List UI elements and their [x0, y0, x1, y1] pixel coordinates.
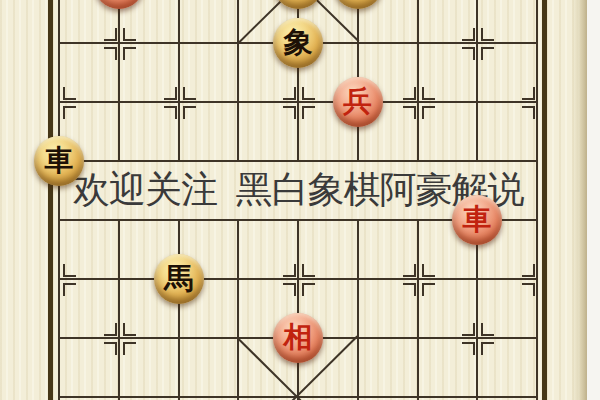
piece-glyph: 馬	[164, 264, 193, 293]
point-marker	[422, 106, 435, 119]
grid-line-file	[476, 220, 478, 400]
piece-glyph: 兵	[343, 87, 372, 116]
point-marker	[104, 342, 117, 355]
piece-black-horse[interactable]: 馬	[154, 254, 204, 304]
point-marker	[422, 87, 435, 100]
point-marker	[63, 283, 76, 296]
point-marker	[164, 87, 177, 100]
piece-glyph: 車	[463, 205, 492, 234]
point-marker	[403, 87, 416, 100]
point-marker	[283, 264, 296, 277]
point-marker	[123, 47, 136, 60]
point-marker	[481, 323, 494, 336]
xiangqi-board-frame: 象兵車車馬相 欢迎关注 黑白象棋阿豪解说	[0, 0, 600, 400]
point-marker	[104, 28, 117, 41]
point-marker	[462, 323, 475, 336]
grid-line-file	[237, 220, 239, 400]
grid-line-rank	[58, 101, 538, 103]
point-marker	[462, 47, 475, 60]
piece-unidentified-black-piece[interactable]	[333, 0, 383, 9]
piece-glyph: 車	[45, 146, 74, 175]
piece-red-soldier[interactable]: 兵	[333, 77, 383, 127]
grid-line-file	[58, 0, 60, 400]
point-marker	[462, 342, 475, 355]
grid-line-file	[178, 0, 180, 161]
point-marker	[522, 87, 535, 100]
grid-line-file	[297, 220, 299, 400]
grid-line-rank	[58, 160, 538, 162]
point-marker	[481, 28, 494, 41]
piece-black-elephant[interactable]: 象	[273, 18, 323, 68]
grid-line-file	[118, 0, 120, 161]
point-marker	[522, 106, 535, 119]
point-marker	[522, 264, 535, 277]
piece-red-elephant[interactable]: 相	[273, 313, 323, 363]
point-marker	[183, 106, 196, 119]
grid-line-file	[118, 220, 120, 400]
grid-line-rank	[58, 278, 538, 280]
point-marker	[302, 87, 315, 100]
board-border	[48, 0, 53, 400]
point-marker	[63, 106, 76, 119]
board-border	[542, 0, 547, 400]
point-marker	[481, 342, 494, 355]
page-background-strip	[587, 0, 600, 400]
point-marker	[183, 87, 196, 100]
point-marker	[302, 283, 315, 296]
piece-glyph: 象	[284, 28, 313, 57]
point-marker	[63, 87, 76, 100]
point-marker	[403, 283, 416, 296]
grid-line-file	[237, 0, 239, 161]
river-banner-text: 欢迎关注 黑白象棋阿豪解说	[73, 171, 524, 208]
point-marker	[422, 283, 435, 296]
piece-unidentified-red-piece[interactable]	[94, 0, 144, 9]
piece-unidentified-black-piece[interactable]	[273, 0, 323, 9]
point-marker	[481, 47, 494, 60]
point-marker	[283, 106, 296, 119]
point-marker	[104, 323, 117, 336]
point-marker	[123, 323, 136, 336]
piece-red-chariot[interactable]: 車	[452, 195, 502, 245]
point-marker	[283, 87, 296, 100]
grid-line-file	[417, 220, 419, 400]
grid-line-file	[357, 220, 359, 400]
grid-line-file	[476, 0, 478, 161]
point-marker	[403, 264, 416, 277]
point-marker	[302, 264, 315, 277]
point-marker	[403, 106, 416, 119]
point-marker	[123, 342, 136, 355]
point-marker	[302, 106, 315, 119]
point-marker	[283, 283, 296, 296]
point-marker	[462, 28, 475, 41]
grid-line-file	[178, 220, 180, 400]
point-marker	[123, 28, 136, 41]
point-marker	[522, 283, 535, 296]
piece-black-chariot[interactable]: 車	[34, 136, 84, 186]
point-marker	[164, 106, 177, 119]
grid-line-file	[417, 0, 419, 161]
board-right-edge-bevel	[572, 0, 587, 400]
point-marker	[104, 47, 117, 60]
piece-glyph: 相	[284, 323, 313, 352]
grid-line-file	[536, 0, 538, 400]
point-marker	[422, 264, 435, 277]
point-marker	[63, 264, 76, 277]
